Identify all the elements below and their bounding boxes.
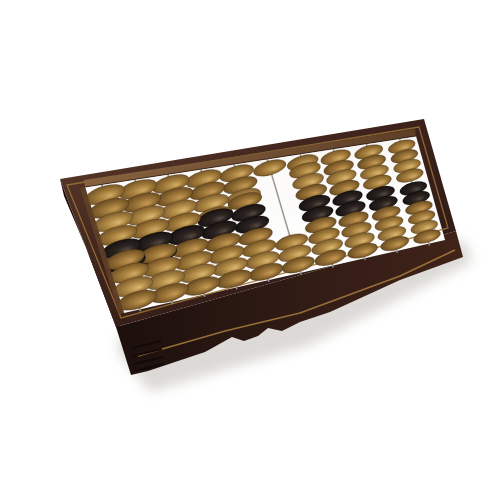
abacus-photo [0, 0, 500, 500]
photo-canvas [0, 0, 500, 500]
